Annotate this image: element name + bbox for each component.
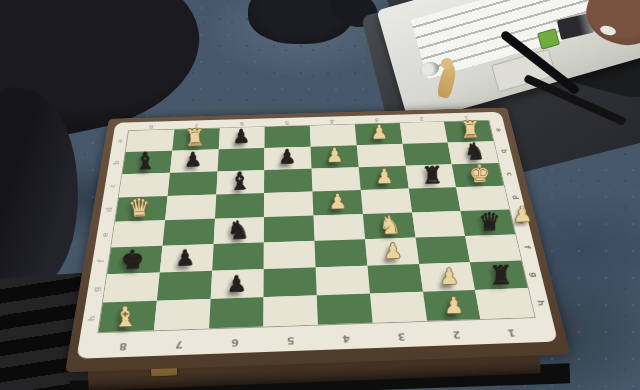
top-ranks-3: 3 <box>354 115 400 123</box>
square-h5 <box>263 295 318 326</box>
square-c2: ♜ <box>405 164 456 188</box>
black-pawn-f7: ♟ <box>160 245 209 272</box>
black-rook-c2: ♜ <box>410 163 455 188</box>
bottom-ranks-2: 2 <box>428 323 485 341</box>
square-e3: ♞ <box>363 213 416 240</box>
white-pawn-b4: ♟ <box>313 143 357 168</box>
square-h2: ♟ <box>423 290 481 321</box>
square-c6: ♝ <box>216 170 264 195</box>
board-grid: ♜♟♟♜♝♟♟♟♞♝♟♜♚♛♟♞♞♛♚♟♟♟♟♜♝♟ <box>97 120 535 333</box>
square-a4 <box>310 124 357 146</box>
square-c5 <box>264 169 312 193</box>
bottom-ranks-7: 7 <box>151 333 208 351</box>
white-knight-e3: ♞ <box>366 212 413 238</box>
chessboard: ♜♟♟♜♝♟♟♟♞♝♟♜♚♛♟♞♞♛♚♟♟♟♟♜♝♟ 87654321 8765… <box>76 112 558 359</box>
black-pawn-b7: ♟ <box>171 147 215 172</box>
square-g7 <box>157 271 212 301</box>
square-g5 <box>264 267 317 297</box>
square-g2: ♟ <box>419 262 475 291</box>
square-b7: ♟ <box>170 149 219 172</box>
top-ranks-5: 5 <box>264 118 309 126</box>
top-ranks-8: 8 <box>128 122 174 130</box>
bottom-ranks-3: 3 <box>373 325 430 343</box>
photo-scene: ♜♟♟♜♝♟♟♟♞♝♟♜♚♛♟♞♞♛♚♟♟♟♟♜♝♟ 87654321 8765… <box>0 0 640 390</box>
right-files-c: c <box>494 169 525 179</box>
square-f7: ♟ <box>160 244 214 272</box>
square-a7: ♜ <box>172 128 219 150</box>
bottom-ranks-4: 4 <box>318 327 374 345</box>
right-files-h: h <box>523 296 559 309</box>
bottom-ranks-5: 5 <box>263 329 319 347</box>
right-files-b: b <box>489 146 519 156</box>
black-pawn-g6: ♟ <box>211 270 261 298</box>
square-e2 <box>412 211 466 238</box>
square-c7 <box>167 171 217 196</box>
square-f8: ♚ <box>107 246 162 275</box>
top-ranks-1: 1 <box>443 113 489 121</box>
top-ranks-6: 6 <box>219 119 264 127</box>
square-b6 <box>217 148 264 171</box>
top-ranks-2: 2 <box>399 114 445 122</box>
square-h4 <box>317 293 373 324</box>
square-e5 <box>264 216 315 243</box>
square-h7 <box>154 299 211 330</box>
square-d3 <box>360 189 411 214</box>
white-pawn-c3: ♟ <box>362 164 407 189</box>
square-a3: ♟ <box>355 123 403 145</box>
left-files-e: e <box>89 229 122 241</box>
white-bishop-h8: ♝ <box>99 303 151 332</box>
square-d8: ♛ <box>115 196 167 222</box>
square-e6: ♞ <box>213 217 264 244</box>
square-b2 <box>402 143 452 166</box>
left-files-d: d <box>93 204 125 215</box>
bottom-ranks-1: 1 <box>482 321 540 339</box>
square-d2 <box>408 187 460 212</box>
left-files-c: c <box>97 181 128 191</box>
square-f3: ♟ <box>365 238 419 266</box>
right-files-a: a <box>484 125 514 134</box>
left-files-b: b <box>101 158 131 168</box>
square-f4 <box>314 239 367 267</box>
right-files-d: d <box>499 192 531 203</box>
square-b4: ♟ <box>311 145 359 168</box>
square-g3 <box>367 264 422 294</box>
black-knight-e6: ♞ <box>214 217 262 244</box>
square-e4 <box>313 214 364 241</box>
square-f2 <box>415 236 470 264</box>
white-rook-a7: ♜ <box>173 126 216 150</box>
square-b5: ♟ <box>264 147 311 170</box>
square-g8 <box>103 273 160 303</box>
bottom-ranks-6: 6 <box>207 331 263 349</box>
square-c4 <box>311 167 360 191</box>
square-d5 <box>264 192 313 218</box>
bottom-ranks-8: 8 <box>94 335 152 353</box>
captured-piece-knob <box>441 58 453 69</box>
black-bishop-c6: ♝ <box>217 168 262 193</box>
board-frame: ♜♟♟♜♝♟♟♟♞♝♟♜♚♛♟♞♞♛♚♟♟♟♟♜♝♟ 87654321 8765… <box>65 108 570 373</box>
white-pawn-d4: ♟ <box>315 189 361 215</box>
square-g6: ♟ <box>210 269 264 299</box>
white-pawn-g2: ♟ <box>424 263 473 291</box>
right-files-g: g <box>517 268 552 280</box>
square-f6 <box>212 242 264 270</box>
white-pawn-a3: ♟ <box>358 121 401 145</box>
right-files-e: e <box>505 216 538 227</box>
top-ranks-7: 7 <box>174 120 220 128</box>
vinyl-mat: ♜♟♟♜♝♟♟♟♞♝♟♜♚♛♟♞♞♛♚♟♟♟♟♜♝♟ 87654321 8765… <box>76 112 558 359</box>
square-c3: ♟ <box>358 166 408 190</box>
square-b3 <box>356 144 405 167</box>
square-h6 <box>209 297 264 328</box>
square-f5 <box>264 241 316 269</box>
square-e7 <box>162 219 214 246</box>
square-a6: ♟ <box>218 127 264 149</box>
square-d7 <box>165 195 216 221</box>
white-pawn-f3: ♟ <box>368 238 416 265</box>
square-a5 <box>265 126 311 148</box>
square-d6 <box>215 193 265 219</box>
white-pawn-h2: ♟ <box>428 292 479 321</box>
square-g4 <box>316 266 370 296</box>
square-h3 <box>370 292 427 323</box>
square-d4: ♟ <box>312 190 362 216</box>
left-files-a: a <box>105 136 135 146</box>
black-pawn-b5: ♟ <box>265 145 309 170</box>
right-files-f: f <box>511 241 545 253</box>
white-queen-d8: ♛ <box>116 195 163 221</box>
square-a2 <box>399 122 448 144</box>
left-files-g: g <box>79 283 113 296</box>
black-pawn-a6: ♟ <box>219 124 262 148</box>
top-ranks-4: 4 <box>309 117 354 125</box>
